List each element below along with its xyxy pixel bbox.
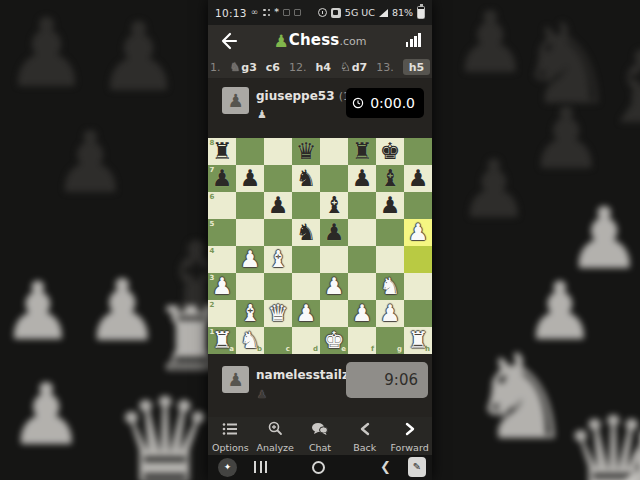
square-c5[interactable] <box>264 219 292 246</box>
black-knight: ♞ <box>292 165 320 192</box>
move-number: 1. <box>210 61 221 74</box>
logo-suffix: .com <box>339 35 366 48</box>
back-button[interactable]: Back <box>342 417 387 455</box>
white-pawn: ♟ <box>348 300 376 327</box>
square-e3[interactable]: ♟ <box>320 273 348 300</box>
avatar[interactable]: ♟ <box>222 366 249 393</box>
white-pawn: ♟ <box>376 300 404 327</box>
square-d1[interactable]: d <box>292 327 320 354</box>
black-pawn: ♟ <box>376 192 404 219</box>
coord-rank-5: 5 <box>210 220 215 228</box>
square-d7[interactable]: ♞ <box>292 165 320 192</box>
black-pawn: ♟ <box>208 165 236 192</box>
square-d2[interactable]: ♟ <box>292 300 320 327</box>
background-piece: ♟ <box>524 272 596 352</box>
square-h6[interactable] <box>404 192 432 219</box>
square-b4[interactable]: ♟ <box>236 246 264 273</box>
background-piece: ♟ <box>96 10 181 105</box>
background-piece: ♟ <box>84 268 160 353</box>
coord-file-c: c <box>286 345 290 353</box>
figurine-knight-icon: ♞ <box>230 60 241 74</box>
square-e5[interactable]: ♟ <box>320 219 348 246</box>
alarm-icon <box>318 8 327 17</box>
notification-icon <box>283 9 290 16</box>
black-queen: ♛ <box>292 138 320 165</box>
clock-top-value: 0:00.0 <box>370 95 415 111</box>
square-g7[interactable]: ♝ <box>376 165 404 192</box>
square-b8[interactable] <box>236 138 264 165</box>
nav-back-icon[interactable]: ❮ <box>380 459 391 474</box>
background-piece: ♞ <box>468 338 574 456</box>
square-h3[interactable] <box>404 273 432 300</box>
white-knight: ♞ <box>236 327 264 354</box>
square-g3[interactable]: ♞ <box>376 273 404 300</box>
square-h2[interactable] <box>404 300 432 327</box>
square-d8[interactable]: ♛ <box>292 138 320 165</box>
square-g8[interactable]: ♚ <box>376 138 404 165</box>
square-f7[interactable]: ♟ <box>348 165 376 192</box>
chat-button[interactable]: Chat <box>298 417 343 455</box>
notification-icon <box>294 9 301 16</box>
square-d3[interactable] <box>292 273 320 300</box>
square-f8[interactable]: ♜ <box>348 138 376 165</box>
square-f2[interactable]: ♟ <box>348 300 376 327</box>
black-king: ♚ <box>376 138 404 165</box>
phone-screen: ♟♟♟♝♟♟♜♛♟♟♞♝♟♟♟♟♞♛♟ 10:13 ∞ * 5G UC 81% <box>0 0 640 480</box>
app-header: ♟Chess.com <box>208 25 432 56</box>
avatar-pawn-icon: ♟ <box>227 90 243 111</box>
background-piece: ♛ <box>562 402 640 480</box>
forward-button[interactable]: Forward <box>387 417 432 455</box>
move-number: 12. <box>289 61 307 74</box>
square-d6[interactable] <box>292 192 320 219</box>
options-icon <box>222 422 238 436</box>
coord-rank-4: 4 <box>210 247 215 255</box>
background-piece: ♟ <box>2 272 74 352</box>
square-f5[interactable] <box>348 219 376 246</box>
square-h1[interactable]: h♜ <box>404 327 432 354</box>
coord-rank-6: 6 <box>210 193 215 201</box>
battery-percent: 81% <box>392 7 413 18</box>
square-g5[interactable] <box>376 219 404 246</box>
options-label: Options <box>208 442 253 453</box>
background-piece: ♟ <box>52 120 128 205</box>
background-piece: ♟ <box>452 0 528 85</box>
avatar[interactable]: ♟ <box>222 87 249 114</box>
square-c8[interactable] <box>264 138 292 165</box>
status-bar: 10:13 ∞ * 5G UC 81% <box>208 0 432 25</box>
square-c1[interactable]: c <box>264 327 292 354</box>
logo-text: Chess <box>289 31 340 49</box>
square-g4[interactable] <box>376 246 404 273</box>
network-type: 5G UC <box>345 7 375 18</box>
forward-icon <box>404 422 416 436</box>
square-a8[interactable]: 8♜ <box>208 138 236 165</box>
square-c6[interactable]: ♟ <box>264 192 292 219</box>
move-item[interactable]: ♘d7 <box>340 60 367 74</box>
white-king: ♚ <box>320 327 348 354</box>
move-item[interactable]: h4 <box>315 61 331 74</box>
background-piece: ♞ <box>516 8 616 120</box>
white-pawn: ♟ <box>292 300 320 327</box>
square-b3[interactable] <box>236 273 264 300</box>
white-pawn: ♟ <box>236 246 264 273</box>
square-e2[interactable] <box>320 300 348 327</box>
analyze-button[interactable]: Analyze <box>253 417 298 455</box>
background-piece: ♟ <box>8 372 84 457</box>
square-e4[interactable] <box>320 246 348 273</box>
coord-file-f: f <box>371 345 374 353</box>
status-time: 10:13 <box>215 7 247 19</box>
square-a3[interactable]: 3♟ <box>208 273 236 300</box>
square-a5[interactable]: 5 <box>208 219 236 246</box>
square-e7[interactable] <box>320 165 348 192</box>
chesscom-logo: ♟Chess.com <box>208 30 432 51</box>
clock-top: 0:00.0 <box>346 88 424 118</box>
black-pawn: ♟ <box>236 165 264 192</box>
square-a4[interactable]: 4 <box>208 246 236 273</box>
move-list: 1.♞g3c612.h4♘d713.h5 <box>208 56 432 79</box>
status-badge-icon <box>331 8 341 18</box>
square-b2[interactable]: ♝ <box>236 300 264 327</box>
square-a7[interactable]: 7♟ <box>208 165 236 192</box>
black-bishop: ♝ <box>320 192 348 219</box>
square-f1[interactable]: f <box>348 327 376 354</box>
chess-board: 8♜♛♜♚7♟♟♞♟♝♟6♟♝♟5♞♟♟4♟♝3♟♟♞2♝♛♟♟♟1a♜b♞cd… <box>208 138 432 354</box>
square-a6[interactable]: 6 <box>208 192 236 219</box>
square-h7[interactable]: ♟ <box>404 165 432 192</box>
background-piece: ♛ <box>112 382 218 480</box>
square-f4[interactable] <box>348 246 376 273</box>
spen-air-command-icon[interactable]: ✦ <box>218 458 237 477</box>
background-piece: ♟ <box>528 96 604 181</box>
square-g2[interactable]: ♟ <box>376 300 404 327</box>
move-current[interactable]: h5 <box>403 59 431 75</box>
black-pawn: ♟ <box>348 165 376 192</box>
chat-label: Chat <box>298 442 343 453</box>
android-nav-bar: ✦ ❮ ✎ <box>208 455 432 480</box>
analyze-icon <box>267 421 283 436</box>
square-c7[interactable] <box>264 165 292 192</box>
back-icon <box>359 422 371 436</box>
clock-bottom: 9:06 <box>346 362 428 398</box>
clock-bottom-value: 9:06 <box>384 371 418 389</box>
square-d4[interactable] <box>292 246 320 273</box>
black-bishop: ♝ <box>376 165 404 192</box>
square-b5[interactable] <box>236 219 264 246</box>
screenshot-edit-icon[interactable]: ✎ <box>408 457 426 477</box>
white-rook: ♜ <box>404 327 432 354</box>
background-piece: ♟ <box>4 6 89 101</box>
square-a2[interactable]: 2 <box>208 300 236 327</box>
square-h8[interactable] <box>404 138 432 165</box>
black-rook: ♜ <box>208 138 236 165</box>
captured-black-pawn-icon: ♟ <box>257 389 267 400</box>
black-pawn: ♟ <box>264 192 292 219</box>
move-number: 13. <box>376 61 394 74</box>
square-f3[interactable] <box>348 273 376 300</box>
square-b1[interactable]: b♞ <box>236 327 264 354</box>
forward-label: Forward <box>387 442 432 453</box>
black-pawn: ♟ <box>320 219 348 246</box>
square-b7[interactable]: ♟ <box>236 165 264 192</box>
back-label: Back <box>342 442 387 453</box>
white-pawn: ♟ <box>320 273 348 300</box>
dots-grid-icon <box>263 9 270 16</box>
coord-file-g: g <box>397 345 402 353</box>
options-button[interactable]: Options <box>208 417 253 455</box>
move-item[interactable]: c6 <box>266 61 280 74</box>
avatar-pawn-icon: ♟ <box>227 369 243 390</box>
infinity-icon: ∞ <box>251 8 259 17</box>
square-e6[interactable]: ♝ <box>320 192 348 219</box>
chat-icon <box>311 422 328 436</box>
logo-pawn-icon: ♟ <box>274 31 289 51</box>
square-h5[interactable]: ♟ <box>404 219 432 246</box>
square-c4[interactable]: ♝ <box>264 246 292 273</box>
captured-white-pawn-icon: ♟ <box>257 109 267 120</box>
home-icon[interactable] <box>312 461 325 474</box>
white-bishop: ♝ <box>236 300 264 327</box>
black-knight: ♞ <box>292 219 320 246</box>
square-g6[interactable]: ♟ <box>376 192 404 219</box>
coord-rank-2: 2 <box>210 301 215 309</box>
asterisk-icon: * <box>274 8 279 17</box>
clock-icon <box>352 97 364 109</box>
recents-icon[interactable] <box>254 461 267 473</box>
player-bar-bottom: ♟ namelesstailz (1441) ♟ 9:06 <box>208 354 432 417</box>
battery-icon <box>417 6 425 19</box>
black-rook: ♜ <box>348 138 376 165</box>
square-h4[interactable] <box>404 246 432 273</box>
game-toolbar: Options Analyze Chat <box>208 417 432 455</box>
square-g1[interactable]: g <box>376 327 404 354</box>
white-bishop: ♝ <box>264 246 292 273</box>
white-knight: ♞ <box>376 273 404 300</box>
white-queen: ♛ <box>264 300 292 327</box>
square-f6[interactable] <box>348 192 376 219</box>
background-piece: ♟ <box>458 150 530 230</box>
background-piece: ♟ <box>566 196 640 281</box>
white-pawn: ♟ <box>404 219 432 246</box>
square-e1[interactable]: e♚ <box>320 327 348 354</box>
square-b6[interactable] <box>236 192 264 219</box>
square-e8[interactable] <box>320 138 348 165</box>
black-pawn: ♟ <box>404 165 432 192</box>
analyze-label: Analyze <box>253 442 298 453</box>
square-c2[interactable]: ♛ <box>264 300 292 327</box>
square-d5[interactable]: ♞ <box>292 219 320 246</box>
player-bar-top: ♟ giuseppe53 (1378) ♟ 0:00.0 <box>208 79 432 138</box>
white-pawn: ♟ <box>208 273 236 300</box>
figurine-knight-icon: ♘ <box>340 60 351 74</box>
chess-app: 10:13 ∞ * 5G UC 81% ♟Chess.com <box>208 0 432 480</box>
white-rook: ♜ <box>208 327 236 354</box>
coord-file-d: d <box>313 345 318 353</box>
signal-icon <box>379 9 388 17</box>
background-piece: ♟ <box>612 428 640 480</box>
connection-bars-icon[interactable] <box>406 33 421 47</box>
background-piece: ♝ <box>598 38 640 138</box>
square-a1[interactable]: 1a♜ <box>208 327 236 354</box>
move-item[interactable]: ♞g3 <box>230 60 257 74</box>
square-c3[interactable] <box>264 273 292 300</box>
